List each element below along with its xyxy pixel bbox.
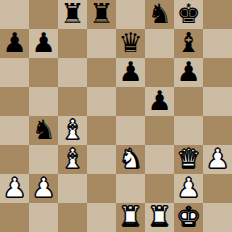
square-g1[interactable]: ♚ <box>174 203 203 232</box>
square-f7[interactable] <box>145 29 174 58</box>
square-f2[interactable] <box>145 174 174 203</box>
piece-white-rook: ♜ <box>118 203 142 231</box>
square-b7[interactable]: ♟ <box>29 29 58 58</box>
square-c8[interactable]: ♜ <box>58 0 87 29</box>
piece-white-bishop: ♝ <box>60 116 84 144</box>
square-h4[interactable] <box>203 116 232 145</box>
square-h8[interactable] <box>203 0 232 29</box>
piece-black-queen: ♛ <box>118 29 142 57</box>
square-e2[interactable] <box>116 174 145 203</box>
square-d4[interactable] <box>87 116 116 145</box>
square-d3[interactable] <box>87 145 116 174</box>
square-e3[interactable]: ♞ <box>116 145 145 174</box>
square-b3[interactable] <box>29 145 58 174</box>
square-c1[interactable] <box>58 203 87 232</box>
square-d5[interactable] <box>87 87 116 116</box>
square-h3[interactable]: ♟ <box>203 145 232 174</box>
square-a3[interactable] <box>0 145 29 174</box>
square-f6[interactable] <box>145 58 174 87</box>
square-d6[interactable] <box>87 58 116 87</box>
square-d2[interactable] <box>87 174 116 203</box>
piece-white-king: ♚ <box>176 203 200 231</box>
piece-black-rook: ♜ <box>60 0 84 28</box>
square-c3[interactable]: ♝ <box>58 145 87 174</box>
square-b1[interactable] <box>29 203 58 232</box>
square-b8[interactable] <box>29 0 58 29</box>
piece-black-knight: ♞ <box>147 0 171 28</box>
piece-black-pawn: ♟ <box>2 29 26 57</box>
square-a7[interactable]: ♟ <box>0 29 29 58</box>
piece-white-pawn: ♟ <box>2 174 26 202</box>
square-f1[interactable]: ♜ <box>145 203 174 232</box>
square-f3[interactable] <box>145 145 174 174</box>
square-d8[interactable]: ♜ <box>87 0 116 29</box>
piece-black-bishop: ♝ <box>176 29 200 57</box>
square-h5[interactable] <box>203 87 232 116</box>
square-a6[interactable] <box>0 58 29 87</box>
square-g4[interactable] <box>174 116 203 145</box>
piece-black-king: ♚ <box>176 0 200 28</box>
square-e1[interactable]: ♜ <box>116 203 145 232</box>
piece-black-pawn: ♟ <box>31 29 55 57</box>
square-b6[interactable] <box>29 58 58 87</box>
square-a8[interactable] <box>0 0 29 29</box>
square-b2[interactable]: ♟ <box>29 174 58 203</box>
square-f5[interactable]: ♟ <box>145 87 174 116</box>
square-e5[interactable] <box>116 87 145 116</box>
square-b4[interactable]: ♞ <box>29 116 58 145</box>
square-f8[interactable]: ♞ <box>145 0 174 29</box>
square-g8[interactable]: ♚ <box>174 0 203 29</box>
square-d7[interactable] <box>87 29 116 58</box>
piece-white-rook: ♜ <box>147 203 171 231</box>
square-e4[interactable] <box>116 116 145 145</box>
square-f4[interactable] <box>145 116 174 145</box>
piece-white-bishop: ♝ <box>60 145 84 173</box>
piece-white-queen: ♛ <box>176 145 200 173</box>
piece-white-pawn: ♟ <box>205 145 229 173</box>
square-g5[interactable] <box>174 87 203 116</box>
chess-board: ♜♜♞♚♟♟♛♝♟♟♟♞♝♝♞♛♟♟♟♟♜♜♚ <box>0 0 232 232</box>
square-g7[interactable]: ♝ <box>174 29 203 58</box>
piece-black-pawn: ♟ <box>176 58 200 86</box>
piece-black-pawn: ♟ <box>147 87 171 115</box>
square-h7[interactable] <box>203 29 232 58</box>
square-e7[interactable]: ♛ <box>116 29 145 58</box>
square-g2[interactable]: ♟ <box>174 174 203 203</box>
square-a1[interactable] <box>0 203 29 232</box>
square-c7[interactable] <box>58 29 87 58</box>
piece-white-knight: ♞ <box>118 145 142 173</box>
square-g3[interactable]: ♛ <box>174 145 203 174</box>
square-c2[interactable] <box>58 174 87 203</box>
square-e8[interactable] <box>116 0 145 29</box>
square-c5[interactable] <box>58 87 87 116</box>
square-g6[interactable]: ♟ <box>174 58 203 87</box>
square-c4[interactable]: ♝ <box>58 116 87 145</box>
square-h2[interactable] <box>203 174 232 203</box>
piece-white-pawn: ♟ <box>176 174 200 202</box>
square-d1[interactable] <box>87 203 116 232</box>
square-a5[interactable] <box>0 87 29 116</box>
square-h6[interactable] <box>203 58 232 87</box>
square-a4[interactable] <box>0 116 29 145</box>
square-c6[interactable] <box>58 58 87 87</box>
piece-white-pawn: ♟ <box>31 174 55 202</box>
square-h1[interactable] <box>203 203 232 232</box>
square-b5[interactable] <box>29 87 58 116</box>
square-e6[interactable]: ♟ <box>116 58 145 87</box>
piece-black-rook: ♜ <box>89 0 113 28</box>
piece-black-pawn: ♟ <box>118 58 142 86</box>
square-a2[interactable]: ♟ <box>0 174 29 203</box>
piece-black-knight: ♞ <box>31 116 55 144</box>
